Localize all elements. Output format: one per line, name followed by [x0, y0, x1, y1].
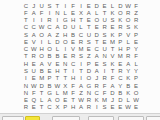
- grid-cell[interactable]: H: [53, 67, 61, 74]
- grid-cell[interactable]: D: [93, 31, 101, 38]
- grid-cell[interactable]: S: [22, 31, 30, 38]
- grid-cell[interactable]: E: [132, 38, 140, 45]
- grid-cell[interactable]: T: [61, 67, 69, 74]
- grid-cell[interactable]: Z: [53, 31, 61, 38]
- grid-cell[interactable]: S: [101, 104, 109, 111]
- grid-cell[interactable]: U: [101, 46, 109, 53]
- grid-cell[interactable]: J: [93, 75, 101, 82]
- grid-cell[interactable]: B: [116, 89, 124, 96]
- grid-cell[interactable]: T: [22, 17, 30, 24]
- grid-cell[interactable]: R: [124, 53, 132, 60]
- grid-cell[interactable]: E: [46, 67, 54, 74]
- grid-cell[interactable]: E: [30, 75, 38, 82]
- grid-cell[interactable]: N: [101, 53, 109, 60]
- grid-cell[interactable]: T: [69, 96, 77, 103]
- grid-cell[interactable]: E: [61, 53, 69, 60]
- grid-cell[interactable]: J: [30, 2, 38, 9]
- grid-cell[interactable]: C: [46, 104, 54, 111]
- grid-cell[interactable]: U: [101, 17, 109, 24]
- grid-cell[interactable]: C: [22, 46, 30, 53]
- word-chip[interactable]: [118, 116, 144, 120]
- grid-cell[interactable]: A: [124, 60, 132, 67]
- grid-cell[interactable]: T: [38, 104, 46, 111]
- grid-cell[interactable]: W: [124, 2, 132, 9]
- grid-cell[interactable]: E: [109, 24, 117, 31]
- grid-cell[interactable]: B: [38, 67, 46, 74]
- grid-cell[interactable]: D: [61, 24, 69, 31]
- grid-cell[interactable]: B: [69, 31, 77, 38]
- grid-cell[interactable]: E: [132, 82, 140, 89]
- grid-cell[interactable]: C: [22, 2, 30, 9]
- grid-cell[interactable]: C: [93, 46, 101, 53]
- grid-cell[interactable]: U: [38, 2, 46, 9]
- grid-cell[interactable]: P: [61, 104, 69, 111]
- grid-cell[interactable]: A: [46, 31, 54, 38]
- grid-cell[interactable]: K: [93, 96, 101, 103]
- grid-cell[interactable]: S: [101, 60, 109, 67]
- grid-cell[interactable]: L: [109, 2, 117, 9]
- grid-cell[interactable]: I: [53, 17, 61, 24]
- grid-cell[interactable]: N: [85, 89, 93, 96]
- grid-cell[interactable]: I: [101, 67, 109, 74]
- grid-cell[interactable]: N: [53, 9, 61, 16]
- grid-cell[interactable]: R: [116, 24, 124, 31]
- word-chip-highlighted[interactable]: [25, 116, 40, 120]
- grid-cell[interactable]: E: [85, 2, 93, 9]
- grid-cell[interactable]: T: [53, 75, 61, 82]
- word-chip[interactable]: [146, 116, 160, 120]
- grid-cell[interactable]: H: [38, 46, 46, 53]
- grid-cell[interactable]: O: [38, 31, 46, 38]
- grid-cell[interactable]: U: [85, 31, 93, 38]
- grid-cell[interactable]: O: [53, 96, 61, 103]
- grid-cell[interactable]: A: [77, 82, 85, 89]
- grid-cell[interactable]: R: [132, 17, 140, 24]
- grid-cell[interactable]: D: [109, 89, 117, 96]
- grid-cell[interactable]: P: [85, 60, 93, 67]
- grid-cell[interactable]: I: [93, 104, 101, 111]
- grid-cell[interactable]: E: [101, 38, 109, 45]
- grid-cell[interactable]: K: [109, 31, 117, 38]
- grid-cell[interactable]: Y: [124, 67, 132, 74]
- grid-cell[interactable]: R: [22, 104, 30, 111]
- grid-cell[interactable]: E: [53, 60, 61, 67]
- grid-cell[interactable]: T: [38, 89, 46, 96]
- grid-cell[interactable]: A: [93, 53, 101, 60]
- grid-cell[interactable]: E: [116, 60, 124, 67]
- grid-cell[interactable]: P: [116, 38, 124, 45]
- grid-cell[interactable]: E: [22, 96, 30, 103]
- grid-cell[interactable]: R: [46, 17, 54, 24]
- grid-cell[interactable]: R: [124, 9, 132, 16]
- grid-cell[interactable]: O: [132, 89, 140, 96]
- grid-cell[interactable]: I: [77, 60, 85, 67]
- grid-cell[interactable]: C: [69, 60, 77, 67]
- grid-cell[interactable]: O: [124, 17, 132, 24]
- grid-cell[interactable]: A: [46, 96, 54, 103]
- grid-cell[interactable]: C: [93, 89, 101, 96]
- grid-cell[interactable]: W: [30, 82, 38, 89]
- grid-cell[interactable]: S: [101, 31, 109, 38]
- grid-cell[interactable]: W: [53, 82, 61, 89]
- grid-cell[interactable]: D: [93, 2, 101, 9]
- grid-cell[interactable]: W: [132, 96, 140, 103]
- grid-cell[interactable]: F: [22, 9, 30, 16]
- grid-cell[interactable]: D: [116, 2, 124, 9]
- grid-cell[interactable]: K: [132, 24, 140, 31]
- grid-cell[interactable]: K: [116, 17, 124, 24]
- grid-cell[interactable]: M: [77, 46, 85, 53]
- grid-cell[interactable]: L: [93, 9, 101, 16]
- grid-cell[interactable]: D: [53, 38, 61, 45]
- grid-cell[interactable]: O: [85, 75, 93, 82]
- grid-cell[interactable]: V: [109, 53, 117, 60]
- grid-cell[interactable]: V: [46, 60, 54, 67]
- grid-cell[interactable]: I: [38, 17, 46, 24]
- grid-cell[interactable]: S: [124, 24, 132, 31]
- grid-cell[interactable]: Q: [30, 96, 38, 103]
- grid-cell[interactable]: W: [124, 104, 132, 111]
- grid-cell[interactable]: C: [116, 75, 124, 82]
- grid-cell[interactable]: K: [124, 75, 132, 82]
- word-search-screen: CJUSTIFIEDELDWFFAFINLEXALTKORZTIIRIGHTEO…: [0, 0, 160, 120]
- grid-cell[interactable]: S: [77, 53, 85, 60]
- grid-cell[interactable]: B: [124, 82, 132, 89]
- grid-cell[interactable]: E: [132, 104, 140, 111]
- grid-cell[interactable]: O: [46, 46, 54, 53]
- word-chip[interactable]: [52, 116, 80, 120]
- grid-cell[interactable]: S: [85, 38, 93, 45]
- grid-cell[interactable]: I: [38, 38, 46, 45]
- grid-cell[interactable]: N: [61, 60, 69, 67]
- grid-cell[interactable]: Z: [85, 53, 93, 60]
- grid-cell[interactable]: A: [109, 82, 117, 89]
- grid-cell[interactable]: L: [38, 96, 46, 103]
- grid-cell[interactable]: F: [69, 2, 77, 9]
- grid-cell[interactable]: G: [46, 89, 54, 96]
- grid-cell[interactable]: E: [116, 104, 124, 111]
- grid-cell[interactable]: N: [22, 82, 30, 89]
- grid-cell[interactable]: R: [69, 53, 77, 60]
- grid-cell[interactable]: I: [77, 75, 85, 82]
- grid-cell[interactable]: L: [53, 46, 61, 53]
- grid-cell[interactable]: I: [69, 67, 77, 74]
- grid-cell[interactable]: R: [101, 75, 109, 82]
- grid-cell[interactable]: M: [116, 53, 124, 60]
- grid-cell[interactable]: A: [77, 104, 85, 111]
- grid-cell[interactable]: T: [109, 46, 117, 53]
- grid-cell[interactable]: I: [77, 2, 85, 9]
- grid-cell[interactable]: O: [116, 9, 124, 16]
- grid-cell[interactable]: X: [53, 104, 61, 111]
- grid-cell[interactable]: P: [124, 46, 132, 53]
- grid-cell[interactable]: E: [93, 24, 101, 31]
- grid-cell[interactable]: R: [77, 38, 85, 45]
- grid-cell[interactable]: D: [38, 82, 46, 89]
- grid-cell[interactable]: H: [116, 46, 124, 53]
- grid-cell[interactable]: F: [109, 75, 117, 82]
- grid-cell[interactable]: E: [61, 96, 69, 103]
- grid-cell[interactable]: L: [46, 38, 54, 45]
- grid-cell[interactable]: I: [22, 75, 30, 82]
- grid-cell[interactable]: R: [116, 67, 124, 74]
- grid-cell[interactable]: T: [53, 2, 61, 9]
- grid-cell[interactable]: F: [132, 53, 140, 60]
- grid-cell[interactable]: R: [85, 104, 93, 111]
- grid-cell[interactable]: I: [30, 17, 38, 24]
- grid-cell[interactable]: T: [101, 9, 109, 16]
- grid-cell[interactable]: T: [85, 24, 93, 31]
- grid-cell[interactable]: J: [109, 96, 117, 103]
- grid-cell[interactable]: E: [85, 46, 93, 53]
- grid-cell[interactable]: O: [38, 53, 46, 60]
- grid-cell[interactable]: A: [53, 24, 61, 31]
- grid-cell[interactable]: H: [61, 31, 69, 38]
- grid-cell[interactable]: I: [46, 9, 54, 16]
- grid-cell[interactable]: S: [22, 67, 30, 74]
- grid-cell[interactable]: C: [77, 31, 85, 38]
- grid-cell[interactable]: R: [101, 24, 109, 31]
- grid-cell[interactable]: Z: [132, 9, 140, 16]
- grid-cell[interactable]: P: [46, 75, 54, 82]
- grid-cell[interactable]: T: [93, 38, 101, 45]
- grid-cell[interactable]: M: [101, 96, 109, 103]
- grid-cell[interactable]: F: [38, 9, 46, 16]
- grid-cell[interactable]: E: [69, 38, 77, 45]
- grid-cell[interactable]: K: [124, 89, 132, 96]
- grid-cell[interactable]: L: [124, 96, 132, 103]
- grid-cell[interactable]: C: [30, 24, 38, 31]
- grid-cell[interactable]: O: [93, 17, 101, 24]
- grid-cell[interactable]: T: [22, 53, 30, 60]
- grid-cell[interactable]: T: [109, 67, 117, 74]
- grid-cell[interactable]: P: [132, 31, 140, 38]
- grid-cell[interactable]: G: [85, 82, 93, 89]
- grid-cell[interactable]: A: [85, 9, 93, 16]
- grid-cell[interactable]: X: [77, 9, 85, 16]
- grid-cell[interactable]: V: [30, 38, 38, 45]
- grid-cell[interactable]: W: [30, 46, 38, 53]
- grid-cell[interactable]: X: [61, 82, 69, 89]
- grid-cell[interactable]: L: [61, 9, 69, 16]
- grid-cell[interactable]: Y: [132, 67, 140, 74]
- grid-cell[interactable]: F: [30, 89, 38, 96]
- grid-cell[interactable]: M: [109, 38, 117, 45]
- grid-cell[interactable]: A: [30, 31, 38, 38]
- grid-cell[interactable]: H: [69, 17, 77, 24]
- grid-cell[interactable]: G: [61, 17, 69, 24]
- grid-cell[interactable]: D: [116, 96, 124, 103]
- grid-cell[interactable]: U: [69, 24, 77, 31]
- grid-cell[interactable]: D: [85, 67, 93, 74]
- grid-cell[interactable]: M: [38, 75, 46, 82]
- grid-cell[interactable]: I: [61, 2, 69, 9]
- grid-cell[interactable]: V: [69, 46, 77, 53]
- grid-cell[interactable]: T: [61, 75, 69, 82]
- grid-cell[interactable]: A: [93, 67, 101, 74]
- grid-cell[interactable]: E: [69, 9, 77, 16]
- grid-cell[interactable]: T: [77, 17, 85, 24]
- grid-cell[interactable]: F: [101, 82, 109, 89]
- grid-cell[interactable]: E: [22, 38, 30, 45]
- grid-cell[interactable]: P: [116, 31, 124, 38]
- word-chip[interactable]: [88, 116, 114, 120]
- grid-cell[interactable]: L: [132, 60, 140, 67]
- grid-cell[interactable]: Y: [132, 46, 140, 53]
- grid-cell[interactable]: V: [124, 31, 132, 38]
- grid-cell[interactable]: T: [77, 67, 85, 74]
- grid-cell[interactable]: S: [46, 2, 54, 9]
- grid-cell[interactable]: W: [77, 96, 85, 103]
- grid-cell[interactable]: M: [61, 89, 69, 96]
- word-chip[interactable]: [2, 116, 24, 120]
- grid-cell[interactable]: N: [22, 89, 30, 96]
- grid-cell[interactable]: L: [77, 24, 85, 31]
- grid-cell[interactable]: B: [53, 53, 61, 60]
- grid-cell[interactable]: P: [132, 75, 140, 82]
- grid-cell[interactable]: E: [101, 2, 109, 9]
- grid-cell[interactable]: L: [124, 38, 132, 45]
- grid-cell[interactable]: R: [85, 96, 93, 103]
- grid-cell[interactable]: I: [61, 46, 69, 53]
- grid-cell[interactable]: K: [109, 60, 117, 67]
- grid-cell[interactable]: R: [93, 82, 101, 89]
- grid-cell[interactable]: Y: [116, 82, 124, 89]
- grid-cell[interactable]: E: [30, 104, 38, 111]
- grid-cell[interactable]: A: [30, 9, 38, 16]
- grid-cell[interactable]: E: [30, 60, 38, 67]
- grid-cell[interactable]: F: [69, 82, 77, 89]
- grid-cell[interactable]: S: [109, 17, 117, 24]
- grid-cell[interactable]: E: [109, 104, 117, 111]
- grid-cell[interactable]: F: [132, 2, 140, 9]
- grid-cell[interactable]: U: [30, 67, 38, 74]
- grid-cell[interactable]: H: [69, 75, 77, 82]
- grid-cell[interactable]: O: [61, 38, 69, 45]
- grid-cell[interactable]: C: [46, 24, 54, 31]
- grid-cell[interactable]: F: [101, 89, 109, 96]
- grid-cell[interactable]: A: [38, 60, 46, 67]
- grid-cell[interactable]: E: [85, 17, 93, 24]
- grid-cell[interactable]: H: [69, 104, 77, 111]
- grid-cell[interactable]: B: [46, 53, 54, 60]
- grid-cell[interactable]: F: [69, 89, 77, 96]
- grid-cell[interactable]: W: [38, 24, 46, 31]
- grid-cell[interactable]: H: [22, 60, 30, 67]
- grid-cell[interactable]: K: [109, 9, 117, 16]
- grid-cell[interactable]: L: [53, 89, 61, 96]
- grid-cell[interactable]: Z: [77, 89, 85, 96]
- word-search-grid: CJUSTIFIEDELDWFFAFINLEXALTKORZTIIRIGHTEO…: [22, 2, 140, 111]
- grid-cell[interactable]: C: [22, 24, 30, 31]
- grid-cell[interactable]: E: [93, 60, 101, 67]
- word-list-bar: [0, 113, 160, 120]
- grid-cell[interactable]: R: [30, 53, 38, 60]
- grid-cell[interactable]: B: [46, 82, 54, 89]
